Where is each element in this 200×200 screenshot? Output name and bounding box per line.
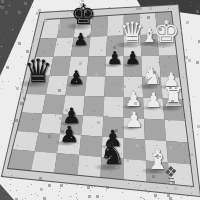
piece-white-knight-g5: ♞ xyxy=(142,65,163,89)
piece-white-pawn-g4: ♟ xyxy=(145,90,163,110)
piece-black-queen-a5: ♛ xyxy=(24,55,53,87)
piece-black-pawn-e6: ♟ xyxy=(107,50,123,68)
board-edge-markings: ····· xyxy=(182,62,189,80)
piece-white-king-h7: ♚ xyxy=(153,17,180,47)
piece-white-pawn-f3: ♟ xyxy=(125,109,144,130)
piece-black-pawn-c2: ♟ xyxy=(59,123,79,145)
piece-black-pawn-f6: ♟ xyxy=(125,50,141,68)
piece-black-king-c8: ♚ xyxy=(71,1,96,29)
piece-white-rook-h4: ♜ xyxy=(162,85,185,111)
piece-black-pawn-c5: ♟ xyxy=(68,68,85,87)
piece-black-pawn-c7: ♟ xyxy=(73,31,88,48)
chessboard-photo: ♚♟♟♟♛♟♟♟♟♞♛♝♚♟♞♟♟♜♟♝ ❖ ····· xyxy=(0,0,200,200)
piece-black-knight-e1: ♞ xyxy=(99,140,125,169)
